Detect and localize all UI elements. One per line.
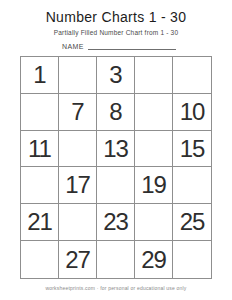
number-chart-grid: 13781011131517192123252729: [20, 56, 212, 279]
name-label: NAME: [62, 43, 84, 50]
grid-cell-empty: [97, 167, 135, 204]
page-title: Number Charts 1 - 30: [0, 9, 232, 25]
worksheet-page: Number Charts 1 - 30 Partially Filled Nu…: [0, 0, 232, 300]
grid-cell-number: 29: [135, 241, 173, 278]
grid-cell-empty: [173, 57, 211, 94]
grid-cell-number: 3: [97, 57, 135, 94]
name-blank-line: [88, 41, 176, 50]
grid-cell-number: 21: [21, 204, 59, 241]
grid-cell-empty: [135, 94, 173, 131]
grid-cell-number: 23: [97, 204, 135, 241]
grid-cell-number: 17: [59, 167, 97, 204]
grid-cell-empty: [21, 167, 59, 204]
grid-cell-number: 19: [135, 167, 173, 204]
grid-cell-number: 10: [173, 94, 211, 131]
grid-cell-number: 13: [97, 131, 135, 168]
name-row: NAME: [62, 41, 176, 50]
grid-cell-number: 11: [21, 131, 59, 168]
grid-cell-empty: [59, 57, 97, 94]
grid-cell-empty: [97, 241, 135, 278]
grid-cell-empty: [173, 167, 211, 204]
page-subtitle: Partially Filled Number Chart from 1 - 3…: [0, 29, 232, 36]
grid-cell-empty: [59, 131, 97, 168]
grid-cell-empty: [21, 241, 59, 278]
grid-cell-empty: [21, 94, 59, 131]
grid-cell-empty: [135, 131, 173, 168]
grid-cell-empty: [173, 241, 211, 278]
grid-cell-empty: [135, 57, 173, 94]
grid-cell-empty: [135, 204, 173, 241]
grid-cell-number: 7: [59, 94, 97, 131]
grid-cell-number: 15: [173, 131, 211, 168]
grid-cell-number: 1: [21, 57, 59, 94]
grid-cell-number: 27: [59, 241, 97, 278]
grid-cell-number: 25: [173, 204, 211, 241]
footer-credit: worksheetprints.com · for personal or ed…: [0, 285, 232, 291]
grid-cell-empty: [59, 204, 97, 241]
grid-cell-number: 8: [97, 94, 135, 131]
